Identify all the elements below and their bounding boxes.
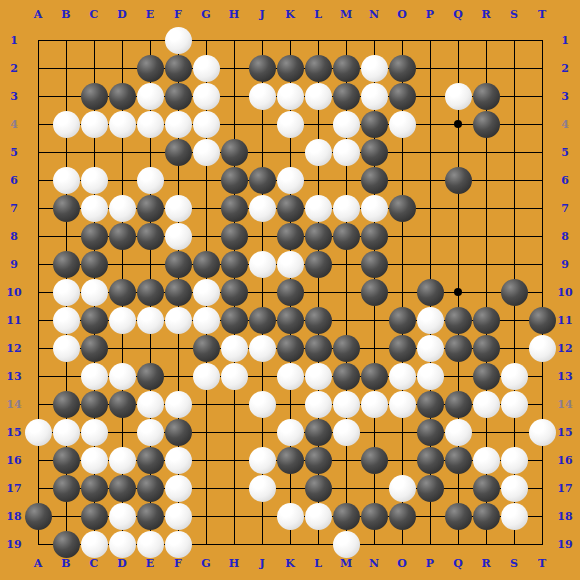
- white-stone: [249, 447, 276, 474]
- row-label: 18: [6, 511, 21, 522]
- black-stone: [417, 447, 444, 474]
- black-stone: [445, 307, 472, 334]
- row-label: 6: [10, 175, 18, 186]
- row-label: 14: [557, 399, 572, 410]
- white-stone: [165, 447, 192, 474]
- black-stone: [221, 223, 248, 250]
- white-stone: [389, 475, 416, 502]
- black-stone: [109, 391, 136, 418]
- white-stone: [277, 83, 304, 110]
- white-stone: [81, 363, 108, 390]
- black-stone: [165, 279, 192, 306]
- white-stone: [165, 223, 192, 250]
- row-label: 10: [557, 287, 572, 298]
- black-stone: [137, 279, 164, 306]
- white-stone: [473, 391, 500, 418]
- white-stone: [361, 83, 388, 110]
- black-stone: [277, 55, 304, 82]
- row-label: 5: [561, 147, 569, 158]
- white-stone: [137, 391, 164, 418]
- white-stone: [165, 503, 192, 530]
- black-stone: [53, 447, 80, 474]
- white-stone: [361, 55, 388, 82]
- row-label: 17: [557, 483, 572, 494]
- black-stone: [361, 503, 388, 530]
- black-stone: [389, 83, 416, 110]
- black-stone: [333, 503, 360, 530]
- white-stone: [473, 447, 500, 474]
- black-stone: [81, 251, 108, 278]
- black-stone: [277, 223, 304, 250]
- row-label: 15: [557, 427, 572, 438]
- white-stone: [249, 83, 276, 110]
- black-stone: [333, 83, 360, 110]
- black-stone: [389, 195, 416, 222]
- black-stone: [277, 335, 304, 362]
- white-stone: [109, 307, 136, 334]
- col-label: D: [117, 9, 127, 20]
- black-stone: [165, 83, 192, 110]
- white-stone: [109, 531, 136, 558]
- white-stone: [305, 83, 332, 110]
- black-stone: [473, 83, 500, 110]
- black-stone: [165, 419, 192, 446]
- white-stone: [249, 391, 276, 418]
- black-stone: [473, 335, 500, 362]
- black-stone: [473, 111, 500, 138]
- black-stone: [445, 503, 472, 530]
- white-stone: [305, 363, 332, 390]
- white-stone: [137, 419, 164, 446]
- black-stone: [221, 195, 248, 222]
- black-stone: [25, 503, 52, 530]
- col-label: G: [201, 9, 210, 20]
- row-label: 18: [557, 511, 572, 522]
- white-stone: [165, 111, 192, 138]
- white-stone: [249, 195, 276, 222]
- white-stone: [137, 83, 164, 110]
- row-label: 8: [561, 231, 569, 242]
- col-label: H: [229, 9, 239, 20]
- col-label: P: [426, 9, 434, 20]
- row-label: 19: [557, 539, 572, 550]
- black-stone: [333, 335, 360, 362]
- black-stone: [221, 307, 248, 334]
- white-stone: [81, 279, 108, 306]
- col-label: S: [510, 558, 518, 569]
- white-stone: [333, 111, 360, 138]
- black-stone: [305, 55, 332, 82]
- black-stone: [361, 363, 388, 390]
- black-stone: [221, 251, 248, 278]
- black-stone: [305, 475, 332, 502]
- col-label: Q: [453, 9, 463, 20]
- row-label: 9: [561, 259, 569, 270]
- black-stone: [305, 335, 332, 362]
- row-label: 2: [561, 63, 569, 74]
- col-label: J: [259, 9, 264, 20]
- black-stone: [305, 419, 332, 446]
- white-stone: [109, 111, 136, 138]
- white-stone: [165, 27, 192, 54]
- row-label: 12: [557, 343, 572, 354]
- row-label: 1: [10, 35, 18, 46]
- white-stone: [277, 251, 304, 278]
- black-stone: [361, 279, 388, 306]
- white-stone: [445, 83, 472, 110]
- white-stone: [277, 419, 304, 446]
- white-stone: [389, 363, 416, 390]
- black-stone: [249, 167, 276, 194]
- white-stone: [81, 195, 108, 222]
- col-label: N: [369, 9, 379, 20]
- white-stone: [81, 419, 108, 446]
- row-label: 15: [6, 427, 21, 438]
- black-stone: [361, 223, 388, 250]
- go-board-app: AABBCCDDEEFFGGHHJJKKLLMMNNOOPPQQRRSSTT11…: [0, 0, 580, 580]
- black-stone: [305, 251, 332, 278]
- black-stone: [221, 139, 248, 166]
- row-label: 12: [6, 343, 21, 354]
- white-stone: [53, 111, 80, 138]
- row-label: 13: [557, 371, 572, 382]
- white-stone: [333, 419, 360, 446]
- white-stone: [193, 307, 220, 334]
- white-stone: [193, 279, 220, 306]
- black-stone: [333, 55, 360, 82]
- white-stone: [193, 363, 220, 390]
- col-label: D: [117, 558, 127, 569]
- col-label: J: [259, 558, 264, 569]
- white-stone: [305, 503, 332, 530]
- col-label: B: [61, 558, 70, 569]
- white-stone: [501, 503, 528, 530]
- col-label: F: [174, 558, 182, 569]
- black-stone: [165, 139, 192, 166]
- row-label: 6: [561, 175, 569, 186]
- row-label: 19: [6, 539, 21, 550]
- row-label: 9: [10, 259, 18, 270]
- black-stone: [81, 307, 108, 334]
- black-stone: [109, 83, 136, 110]
- col-label: F: [174, 9, 182, 20]
- white-stone: [109, 195, 136, 222]
- white-stone: [137, 531, 164, 558]
- white-stone: [501, 447, 528, 474]
- black-stone: [277, 307, 304, 334]
- black-stone: [445, 167, 472, 194]
- black-stone: [165, 55, 192, 82]
- white-stone: [81, 531, 108, 558]
- col-label: B: [61, 9, 70, 20]
- white-stone: [333, 531, 360, 558]
- col-label: C: [90, 9, 99, 20]
- black-stone: [137, 55, 164, 82]
- black-stone: [109, 279, 136, 306]
- white-stone: [81, 111, 108, 138]
- white-stone: [361, 195, 388, 222]
- black-stone: [361, 111, 388, 138]
- black-stone: [53, 391, 80, 418]
- black-stone: [361, 167, 388, 194]
- white-stone: [109, 503, 136, 530]
- row-label: 3: [10, 91, 18, 102]
- black-stone: [81, 83, 108, 110]
- black-stone: [249, 307, 276, 334]
- black-stone: [53, 531, 80, 558]
- black-stone: [473, 503, 500, 530]
- black-stone: [81, 391, 108, 418]
- row-label: 16: [6, 455, 21, 466]
- black-stone: [473, 475, 500, 502]
- go-board[interactable]: [24, 26, 556, 558]
- black-stone: [445, 335, 472, 362]
- white-stone: [501, 363, 528, 390]
- white-stone: [305, 391, 332, 418]
- col-label: C: [90, 558, 99, 569]
- black-stone: [445, 391, 472, 418]
- row-label: 2: [10, 63, 18, 74]
- white-stone: [529, 419, 556, 446]
- white-stone: [333, 195, 360, 222]
- white-stone: [249, 475, 276, 502]
- white-stone: [193, 111, 220, 138]
- black-stone: [137, 503, 164, 530]
- col-label: M: [340, 9, 352, 20]
- white-stone: [137, 111, 164, 138]
- row-label: 8: [10, 231, 18, 242]
- white-stone: [361, 391, 388, 418]
- row-label: 17: [6, 483, 21, 494]
- white-stone: [221, 335, 248, 362]
- black-stone: [137, 475, 164, 502]
- col-label: T: [538, 9, 546, 20]
- black-stone: [53, 475, 80, 502]
- black-stone: [193, 335, 220, 362]
- black-stone: [81, 503, 108, 530]
- black-stone: [165, 251, 192, 278]
- black-stone: [109, 475, 136, 502]
- white-stone: [277, 363, 304, 390]
- white-stone: [277, 111, 304, 138]
- white-stone: [137, 167, 164, 194]
- col-label: G: [201, 558, 210, 569]
- black-stone: [53, 195, 80, 222]
- col-label: A: [34, 9, 43, 20]
- white-stone: [389, 391, 416, 418]
- black-stone: [53, 251, 80, 278]
- row-label: 7: [561, 203, 569, 214]
- black-stone: [389, 307, 416, 334]
- white-stone: [81, 167, 108, 194]
- black-stone: [389, 335, 416, 362]
- black-stone: [221, 167, 248, 194]
- black-stone: [473, 363, 500, 390]
- white-stone: [501, 475, 528, 502]
- white-stone: [333, 139, 360, 166]
- black-stone: [501, 279, 528, 306]
- col-label: R: [481, 558, 490, 569]
- black-stone: [445, 447, 472, 474]
- white-stone: [277, 167, 304, 194]
- black-stone: [193, 251, 220, 278]
- white-stone: [109, 363, 136, 390]
- black-stone: [81, 335, 108, 362]
- row-label: 11: [557, 315, 572, 326]
- col-label: O: [397, 558, 407, 569]
- black-stone: [417, 279, 444, 306]
- row-label: 14: [6, 399, 21, 410]
- row-label: 13: [6, 371, 21, 382]
- col-label: H: [229, 558, 239, 569]
- col-label: K: [285, 558, 295, 569]
- white-stone: [53, 335, 80, 362]
- col-label: T: [538, 558, 546, 569]
- white-stone: [193, 55, 220, 82]
- col-label: L: [314, 9, 322, 20]
- white-stone: [417, 335, 444, 362]
- white-stone: [137, 307, 164, 334]
- white-stone: [25, 419, 52, 446]
- black-stone: [277, 279, 304, 306]
- black-stone: [277, 195, 304, 222]
- black-stone: [333, 223, 360, 250]
- black-stone: [529, 307, 556, 334]
- row-label: 3: [561, 91, 569, 102]
- black-stone: [361, 139, 388, 166]
- white-stone: [165, 195, 192, 222]
- white-stone: [165, 475, 192, 502]
- white-stone: [249, 251, 276, 278]
- white-stone: [53, 419, 80, 446]
- white-stone: [333, 391, 360, 418]
- black-stone: [361, 251, 388, 278]
- white-stone: [165, 391, 192, 418]
- white-stone: [53, 307, 80, 334]
- row-label: 4: [10, 119, 18, 130]
- col-label: S: [510, 9, 518, 20]
- col-label: N: [369, 558, 379, 569]
- col-label: P: [426, 558, 434, 569]
- white-stone: [501, 391, 528, 418]
- col-label: K: [285, 9, 295, 20]
- black-stone: [81, 223, 108, 250]
- black-stone: [137, 447, 164, 474]
- black-stone: [109, 223, 136, 250]
- white-stone: [221, 363, 248, 390]
- white-stone: [417, 307, 444, 334]
- black-stone: [417, 419, 444, 446]
- white-stone: [193, 83, 220, 110]
- white-stone: [165, 531, 192, 558]
- col-label: M: [340, 558, 352, 569]
- white-stone: [389, 111, 416, 138]
- black-stone: [305, 307, 332, 334]
- black-stone: [417, 391, 444, 418]
- col-label: A: [34, 558, 43, 569]
- black-stone: [221, 279, 248, 306]
- col-label: Q: [453, 558, 463, 569]
- row-label: 4: [561, 119, 569, 130]
- white-stone: [277, 503, 304, 530]
- black-stone: [305, 223, 332, 250]
- black-stone: [137, 223, 164, 250]
- black-stone: [277, 447, 304, 474]
- row-label: 7: [10, 203, 18, 214]
- white-stone: [53, 167, 80, 194]
- black-stone: [361, 447, 388, 474]
- black-stone: [389, 503, 416, 530]
- row-label: 5: [10, 147, 18, 158]
- white-stone: [417, 363, 444, 390]
- white-stone: [193, 139, 220, 166]
- row-label: 1: [561, 35, 569, 46]
- white-stone: [305, 139, 332, 166]
- black-stone: [473, 307, 500, 334]
- white-stone: [305, 195, 332, 222]
- black-stone: [249, 55, 276, 82]
- white-stone: [249, 335, 276, 362]
- white-stone: [445, 419, 472, 446]
- black-stone: [305, 447, 332, 474]
- black-stone: [417, 475, 444, 502]
- white-stone: [81, 447, 108, 474]
- row-label: 10: [6, 287, 21, 298]
- col-label: E: [146, 9, 154, 20]
- black-stone: [333, 363, 360, 390]
- black-stone: [137, 363, 164, 390]
- white-stone: [53, 279, 80, 306]
- black-stone: [137, 195, 164, 222]
- row-label: 11: [6, 315, 21, 326]
- black-stone: [81, 475, 108, 502]
- row-label: 16: [557, 455, 572, 466]
- white-stone: [529, 335, 556, 362]
- white-stone: [109, 447, 136, 474]
- col-label: R: [481, 9, 490, 20]
- col-label: O: [397, 9, 407, 20]
- white-stone: [165, 307, 192, 334]
- col-label: L: [314, 558, 322, 569]
- col-label: E: [146, 558, 154, 569]
- black-stone: [389, 55, 416, 82]
